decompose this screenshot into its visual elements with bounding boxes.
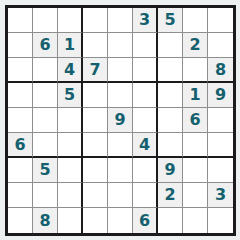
cell-r8c8[interactable] [183,183,208,208]
cell-r4c8[interactable]: 1 [183,83,208,108]
cell-r5c8[interactable]: 6 [183,108,208,133]
cell-r6c5[interactable] [108,133,133,158]
cell-r2c9[interactable] [208,33,233,58]
cell-r7c9[interactable] [208,158,233,183]
cell-r4c7[interactable] [158,83,183,108]
cell-r4c9[interactable]: 9 [208,83,233,108]
cell-r7c5[interactable] [108,158,133,183]
cell-r7c1[interactable] [8,158,33,183]
cell-r2c1[interactable] [8,33,33,58]
cell-r9c5[interactable] [108,208,133,233]
cell-r2c5[interactable] [108,33,133,58]
cell-r3c8[interactable] [183,58,208,83]
cell-r7c6[interactable] [133,158,158,183]
cell-r1c5[interactable] [108,8,133,33]
cell-r1c9[interactable] [208,8,233,33]
cell-r9c8[interactable] [183,208,208,233]
cell-r7c3[interactable] [58,158,83,183]
cell-r4c3[interactable]: 5 [58,83,83,108]
cell-r8c1[interactable] [8,183,33,208]
cell-r5c1[interactable] [8,108,33,133]
cell-r8c7[interactable]: 2 [158,183,183,208]
cell-r4c5[interactable] [108,83,133,108]
cell-r8c6[interactable] [133,183,158,208]
cell-r3c2[interactable] [33,58,58,83]
cell-r3c1[interactable] [8,58,33,83]
cell-r5c2[interactable] [33,108,58,133]
cell-r4c6[interactable] [133,83,158,108]
cell-r5c5[interactable]: 9 [108,108,133,133]
cell-r6c2[interactable] [33,133,58,158]
cell-r5c3[interactable] [58,108,83,133]
cell-r9c3[interactable] [58,208,83,233]
cell-r1c2[interactable] [33,8,58,33]
cell-r6c3[interactable] [58,133,83,158]
cell-r8c4[interactable] [83,183,108,208]
cell-r3c9[interactable]: 8 [208,58,233,83]
cell-r3c6[interactable] [133,58,158,83]
cell-r7c7[interactable]: 9 [158,158,183,183]
cell-r1c3[interactable] [58,8,83,33]
cell-r4c2[interactable] [33,83,58,108]
cell-r8c5[interactable] [108,183,133,208]
cell-r7c2[interactable]: 5 [33,158,58,183]
sudoku-board-container: 356124785199664592386 [5,5,236,236]
cell-r1c8[interactable] [183,8,208,33]
cell-r3c4[interactable]: 7 [83,58,108,83]
cell-r5c7[interactable] [158,108,183,133]
cell-r5c6[interactable] [133,108,158,133]
cell-r2c6[interactable] [133,33,158,58]
cell-r7c4[interactable] [83,158,108,183]
sudoku-board: 356124785199664592386 [5,5,236,236]
cell-r5c9[interactable] [208,108,233,133]
cell-r2c7[interactable] [158,33,183,58]
cell-r9c7[interactable] [158,208,183,233]
cell-r3c7[interactable] [158,58,183,83]
cell-r6c4[interactable] [83,133,108,158]
cell-r3c3[interactable]: 4 [58,58,83,83]
cell-r8c2[interactable] [33,183,58,208]
cell-r7c8[interactable] [183,158,208,183]
cell-r2c2[interactable]: 6 [33,33,58,58]
cell-r6c8[interactable] [183,133,208,158]
cell-r6c6[interactable]: 4 [133,133,158,158]
cell-r9c1[interactable] [8,208,33,233]
cell-r9c4[interactable] [83,208,108,233]
cell-r2c3[interactable]: 1 [58,33,83,58]
cell-r9c9[interactable] [208,208,233,233]
cell-r1c1[interactable] [8,8,33,33]
cell-r6c7[interactable] [158,133,183,158]
cell-r8c3[interactable] [58,183,83,208]
cell-r5c4[interactable] [83,108,108,133]
cell-r3c5[interactable] [108,58,133,83]
cell-r6c1[interactable]: 6 [8,133,33,158]
cell-r9c6[interactable]: 6 [133,208,158,233]
cell-r1c6[interactable]: 3 [133,8,158,33]
cell-r9c2[interactable]: 8 [33,208,58,233]
cell-r2c4[interactable] [83,33,108,58]
cell-r6c9[interactable] [208,133,233,158]
cell-r4c4[interactable] [83,83,108,108]
cell-r4c1[interactable] [8,83,33,108]
cell-r1c7[interactable]: 5 [158,8,183,33]
cell-r8c9[interactable]: 3 [208,183,233,208]
cell-r1c4[interactable] [83,8,108,33]
cell-r2c8[interactable]: 2 [183,33,208,58]
